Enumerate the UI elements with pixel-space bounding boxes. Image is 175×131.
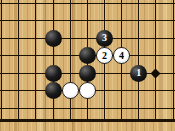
stone-black-move-1: 1 xyxy=(130,65,147,82)
star-point-marker xyxy=(151,68,161,78)
move-number-label: 4 xyxy=(119,51,124,61)
stone-black xyxy=(79,65,96,82)
stone-white-move-4: 4 xyxy=(113,47,130,64)
move-number-label: 1 xyxy=(136,68,141,78)
grid-horizontal-line xyxy=(0,3,175,4)
grid-vertical-line xyxy=(18,0,19,122)
grid-vertical-line xyxy=(173,0,174,122)
stone-white xyxy=(79,82,96,99)
stone-white-move-2: 2 xyxy=(96,47,113,64)
grid-vertical-line xyxy=(155,0,156,122)
grid-horizontal-line xyxy=(0,38,175,39)
grid-vertical-line xyxy=(35,0,36,122)
grid-vertical-line xyxy=(1,0,2,122)
stone-black xyxy=(79,47,96,64)
stone-white xyxy=(62,82,79,99)
stone-black xyxy=(45,30,62,47)
grid-vertical-line xyxy=(70,0,71,122)
grid-vertical-line xyxy=(138,0,139,122)
go-board[interactable]: 3241 xyxy=(0,0,175,131)
stone-black-move-3: 3 xyxy=(96,30,113,47)
move-number-label: 3 xyxy=(102,33,107,43)
go-board-diagram: 3241 xyxy=(0,0,175,131)
stone-black xyxy=(45,65,62,82)
stone-black xyxy=(45,82,62,99)
board-bottom-edge-line xyxy=(0,119,175,122)
move-number-label: 2 xyxy=(102,51,107,61)
grid-horizontal-line xyxy=(0,20,175,21)
grid-horizontal-line xyxy=(0,108,175,109)
grid-vertical-line xyxy=(53,0,54,122)
